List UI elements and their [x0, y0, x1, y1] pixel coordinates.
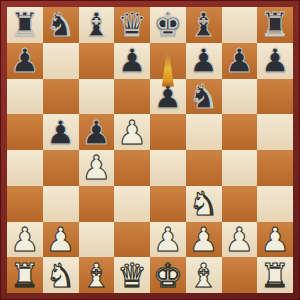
square-c1[interactable]: ♝	[79, 257, 115, 293]
square-a3[interactable]	[7, 186, 43, 222]
square-g6[interactable]	[222, 79, 258, 115]
black-king-piece: ♚	[153, 8, 183, 41]
black-knight-piece: ♞	[46, 8, 76, 41]
square-e1[interactable]: ♚	[150, 257, 186, 293]
square-f8[interactable]: ♝	[186, 7, 222, 43]
square-g2[interactable]: ♟	[222, 222, 258, 258]
square-f5[interactable]	[186, 114, 222, 150]
square-a5[interactable]	[7, 114, 43, 150]
black-bishop-piece: ♝	[189, 8, 219, 41]
black-bishop-piece: ♝	[82, 8, 112, 41]
square-f3[interactable]: ♞	[186, 186, 222, 222]
black-rook-piece: ♜	[260, 8, 290, 41]
square-a2[interactable]: ♟	[7, 222, 43, 258]
square-e4[interactable]	[150, 150, 186, 186]
black-pawn-piece: ♟	[10, 44, 40, 77]
black-rook-piece: ♜	[10, 8, 40, 41]
square-f1[interactable]: ♝	[186, 257, 222, 293]
black-pawn-piece: ♟	[82, 116, 112, 149]
square-d2[interactable]	[114, 222, 150, 258]
square-d3[interactable]	[114, 186, 150, 222]
square-b2[interactable]: ♟	[43, 222, 79, 258]
white-pawn-piece: ♟	[82, 151, 112, 184]
white-king-piece: ♚	[153, 259, 183, 292]
square-b8[interactable]: ♞	[43, 7, 79, 43]
square-a1[interactable]: ♜	[7, 257, 43, 293]
white-pawn-piece: ♟	[46, 223, 76, 256]
square-e6[interactable]: ♟	[150, 79, 186, 115]
square-d5[interactable]: ♟	[114, 114, 150, 150]
white-bishop-piece: ♝	[82, 259, 112, 292]
white-rook-piece: ♜	[10, 259, 40, 292]
square-h7[interactable]: ♟	[257, 43, 293, 79]
white-knight-piece: ♞	[46, 259, 76, 292]
board-grid: ♜♞♝♛♚♝♜♟♟♟♟♟♟♞♟♟♟♟♞♟♟♟♟♟♟♜♞♝♛♚♝♜	[7, 7, 293, 293]
white-rook-piece: ♜	[260, 259, 290, 292]
square-h1[interactable]: ♜	[257, 257, 293, 293]
square-g4[interactable]	[222, 150, 258, 186]
square-c8[interactable]: ♝	[79, 7, 115, 43]
square-c7[interactable]	[79, 43, 115, 79]
square-b7[interactable]	[43, 43, 79, 79]
white-knight-piece: ♞	[189, 187, 219, 220]
black-pawn-piece: ♟	[153, 80, 183, 113]
square-g5[interactable]	[222, 114, 258, 150]
square-d8[interactable]: ♛	[114, 7, 150, 43]
black-knight-piece: ♞	[189, 80, 219, 113]
chess-board: ♜♞♝♛♚♝♜♟♟♟♟♟♟♞♟♟♟♟♞♟♟♟♟♟♟♜♞♝♛♚♝♜	[7, 7, 293, 293]
white-pawn-piece: ♟	[153, 223, 183, 256]
square-g1[interactable]	[222, 257, 258, 293]
square-h5[interactable]	[257, 114, 293, 150]
chess-board-frame: ♜♞♝♛♚♝♜♟♟♟♟♟♟♞♟♟♟♟♞♟♟♟♟♟♟♜♞♝♛♚♝♜	[0, 0, 300, 300]
white-pawn-piece: ♟	[117, 116, 147, 149]
white-pawn-piece: ♟	[260, 223, 290, 256]
black-pawn-piece: ♟	[260, 44, 290, 77]
square-h2[interactable]: ♟	[257, 222, 293, 258]
square-h3[interactable]	[257, 186, 293, 222]
white-pawn-piece: ♟	[225, 223, 255, 256]
square-b6[interactable]	[43, 79, 79, 115]
square-f7[interactable]: ♟	[186, 43, 222, 79]
square-b4[interactable]	[43, 150, 79, 186]
square-e2[interactable]: ♟	[150, 222, 186, 258]
square-b5[interactable]: ♟	[43, 114, 79, 150]
square-h4[interactable]	[257, 150, 293, 186]
white-bishop-piece: ♝	[189, 259, 219, 292]
square-f2[interactable]: ♟	[186, 222, 222, 258]
white-pawn-piece: ♟	[10, 223, 40, 256]
square-d6[interactable]	[114, 79, 150, 115]
square-e3[interactable]	[150, 186, 186, 222]
square-h6[interactable]	[257, 79, 293, 115]
square-g8[interactable]	[222, 7, 258, 43]
square-e7[interactable]	[150, 43, 186, 79]
square-e8[interactable]: ♚	[150, 7, 186, 43]
square-b1[interactable]: ♞	[43, 257, 79, 293]
square-d7[interactable]: ♟	[114, 43, 150, 79]
square-a6[interactable]	[7, 79, 43, 115]
square-c4[interactable]: ♟	[79, 150, 115, 186]
square-a8[interactable]: ♜	[7, 7, 43, 43]
square-f6[interactable]: ♞	[186, 79, 222, 115]
black-pawn-piece: ♟	[46, 116, 76, 149]
square-c6[interactable]	[79, 79, 115, 115]
square-g3[interactable]	[222, 186, 258, 222]
square-c2[interactable]	[79, 222, 115, 258]
white-pawn-piece: ♟	[189, 223, 219, 256]
square-a7[interactable]: ♟	[7, 43, 43, 79]
white-queen-piece: ♛	[117, 259, 147, 292]
black-pawn-piece: ♟	[189, 44, 219, 77]
square-g7[interactable]: ♟	[222, 43, 258, 79]
square-d1[interactable]: ♛	[114, 257, 150, 293]
square-c3[interactable]	[79, 186, 115, 222]
black-queen-piece: ♛	[117, 8, 147, 41]
square-h8[interactable]: ♜	[257, 7, 293, 43]
square-a4[interactable]	[7, 150, 43, 186]
square-d4[interactable]	[114, 150, 150, 186]
square-c5[interactable]: ♟	[79, 114, 115, 150]
square-b3[interactable]	[43, 186, 79, 222]
black-pawn-piece: ♟	[225, 44, 255, 77]
square-f4[interactable]	[186, 150, 222, 186]
square-e5[interactable]	[150, 114, 186, 150]
black-pawn-piece: ♟	[117, 44, 147, 77]
